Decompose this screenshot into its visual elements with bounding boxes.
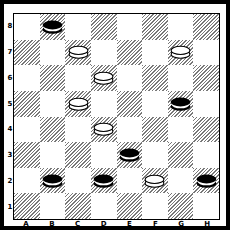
square-b3[interactable] (40, 142, 66, 168)
square-g7[interactable] (168, 40, 194, 66)
black-man[interactable] (119, 148, 140, 162)
square-c8[interactable] (65, 14, 91, 40)
square-h3[interactable] (193, 142, 219, 168)
square-d8[interactable] (91, 14, 117, 40)
square-h5[interactable] (193, 91, 219, 117)
square-e6[interactable] (117, 65, 143, 91)
square-d1[interactable] (91, 193, 117, 219)
square-e1[interactable] (117, 193, 143, 219)
square-h4[interactable] (193, 117, 219, 143)
square-g6[interactable] (168, 65, 194, 91)
white-man[interactable] (68, 97, 89, 111)
square-c5[interactable] (65, 91, 91, 117)
white-man[interactable] (170, 45, 191, 59)
black-man[interactable] (42, 20, 63, 34)
square-a4[interactable] (14, 117, 40, 143)
black-man[interactable] (170, 97, 191, 111)
square-b7[interactable] (40, 40, 66, 66)
square-h7[interactable] (193, 40, 219, 66)
square-a1[interactable] (14, 193, 40, 219)
square-e2[interactable] (117, 168, 143, 194)
square-a8[interactable] (14, 14, 40, 40)
black-man[interactable] (196, 174, 217, 188)
square-f3[interactable] (142, 142, 168, 168)
file-label: D (91, 220, 117, 229)
square-c1[interactable] (65, 193, 91, 219)
square-h8[interactable] (193, 14, 219, 40)
square-f5[interactable] (142, 91, 168, 117)
diagram-frame: 87654321 ABCDEFGH (0, 0, 230, 230)
white-man[interactable] (93, 71, 114, 85)
square-g2[interactable] (168, 168, 194, 194)
square-c7[interactable] (65, 40, 91, 66)
square-g4[interactable] (168, 117, 194, 143)
file-labels: ABCDEFGH (13, 220, 220, 229)
square-b2[interactable] (40, 168, 66, 194)
square-a2[interactable] (14, 168, 40, 194)
square-a3[interactable] (14, 142, 40, 168)
file-label: A (13, 220, 39, 229)
white-man[interactable] (93, 122, 114, 136)
square-d4[interactable] (91, 117, 117, 143)
file-label: E (117, 220, 143, 229)
square-e7[interactable] (117, 40, 143, 66)
square-d7[interactable] (91, 40, 117, 66)
square-f2[interactable] (142, 168, 168, 194)
square-e3[interactable] (117, 142, 143, 168)
square-h2[interactable] (193, 168, 219, 194)
square-a7[interactable] (14, 40, 40, 66)
square-c4[interactable] (65, 117, 91, 143)
square-b6[interactable] (40, 65, 66, 91)
white-man[interactable] (68, 45, 89, 59)
square-e4[interactable] (117, 117, 143, 143)
black-man[interactable] (93, 174, 114, 188)
square-b1[interactable] (40, 193, 66, 219)
square-h6[interactable] (193, 65, 219, 91)
square-f6[interactable] (142, 65, 168, 91)
square-b8[interactable] (40, 14, 66, 40)
file-label: F (142, 220, 168, 229)
square-g1[interactable] (168, 193, 194, 219)
file-label: C (65, 220, 91, 229)
square-f8[interactable] (142, 14, 168, 40)
file-label: B (39, 220, 65, 229)
square-b5[interactable] (40, 91, 66, 117)
square-h1[interactable] (193, 193, 219, 219)
checkers-board (13, 13, 220, 220)
black-man[interactable] (42, 174, 63, 188)
square-c6[interactable] (65, 65, 91, 91)
square-e8[interactable] (117, 14, 143, 40)
square-a6[interactable] (14, 65, 40, 91)
square-d3[interactable] (91, 142, 117, 168)
square-d5[interactable] (91, 91, 117, 117)
square-a5[interactable] (14, 91, 40, 117)
square-f1[interactable] (142, 193, 168, 219)
square-f4[interactable] (142, 117, 168, 143)
square-g3[interactable] (168, 142, 194, 168)
square-f7[interactable] (142, 40, 168, 66)
square-g8[interactable] (168, 14, 194, 40)
square-b4[interactable] (40, 117, 66, 143)
square-c3[interactable] (65, 142, 91, 168)
square-d2[interactable] (91, 168, 117, 194)
square-d6[interactable] (91, 65, 117, 91)
white-man[interactable] (144, 174, 165, 188)
square-g5[interactable] (168, 91, 194, 117)
file-label: G (168, 220, 194, 229)
square-e5[interactable] (117, 91, 143, 117)
square-c2[interactable] (65, 168, 91, 194)
file-label: H (194, 220, 220, 229)
